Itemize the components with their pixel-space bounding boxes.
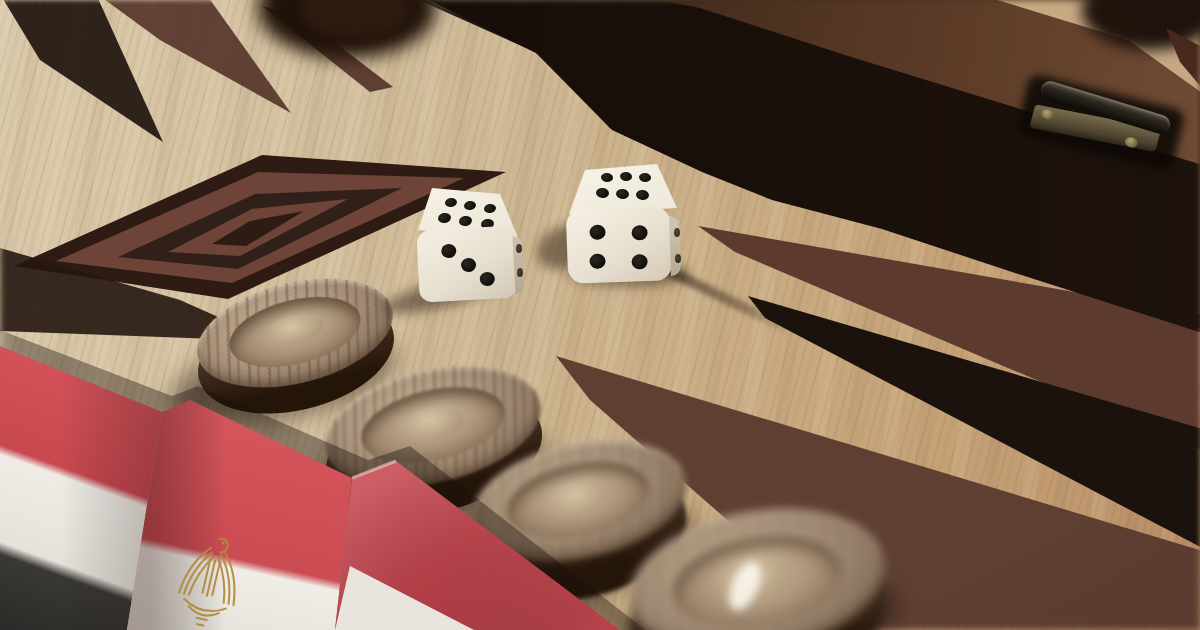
egypt-flag [0, 0, 1200, 630]
backgammon-photo-scene [0, 0, 1200, 630]
